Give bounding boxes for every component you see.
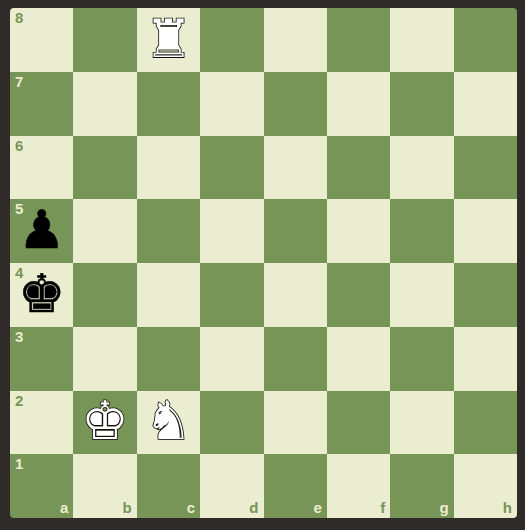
square-c6[interactable]	[137, 136, 200, 200]
square-b1[interactable]: b	[73, 454, 136, 518]
square-g8[interactable]	[390, 8, 453, 72]
square-c5[interactable]	[137, 199, 200, 263]
file-label-a: a	[60, 500, 68, 515]
file-label-h: h	[503, 500, 512, 515]
square-d2[interactable]	[200, 391, 263, 455]
square-b4[interactable]	[73, 263, 136, 327]
square-g3[interactable]	[390, 327, 453, 391]
square-g2[interactable]	[390, 391, 453, 455]
square-e6[interactable]	[264, 136, 327, 200]
square-f7[interactable]	[327, 72, 390, 136]
black-king[interactable]: ♚	[18, 267, 66, 323]
square-h4[interactable]	[454, 263, 517, 327]
black-pawn[interactable]: ♟	[18, 203, 66, 259]
square-e2[interactable]	[264, 391, 327, 455]
square-a6[interactable]: 6	[10, 136, 73, 200]
chess-app-frame: 8♜765♟4♚32♚♞1abcdefgh	[0, 0, 525, 530]
square-h7[interactable]	[454, 72, 517, 136]
rank-label-3: 3	[15, 329, 23, 344]
square-c4[interactable]	[137, 263, 200, 327]
rank-label-1: 1	[15, 456, 23, 471]
square-e1[interactable]: e	[264, 454, 327, 518]
rank-label-4: 4	[15, 265, 23, 280]
square-b8[interactable]	[73, 8, 136, 72]
rank-label-6: 6	[15, 138, 23, 153]
square-h1[interactable]: h	[454, 454, 517, 518]
square-a1[interactable]: 1a	[10, 454, 73, 518]
white-king[interactable]: ♚	[81, 394, 129, 450]
square-d4[interactable]	[200, 263, 263, 327]
square-g5[interactable]	[390, 199, 453, 263]
file-label-b: b	[123, 500, 132, 515]
square-f1[interactable]: f	[327, 454, 390, 518]
file-label-d: d	[249, 500, 258, 515]
square-d3[interactable]	[200, 327, 263, 391]
square-f6[interactable]	[327, 136, 390, 200]
file-label-e: e	[314, 500, 322, 515]
square-e7[interactable]	[264, 72, 327, 136]
square-a3[interactable]: 3	[10, 327, 73, 391]
square-d6[interactable]	[200, 136, 263, 200]
rank-label-7: 7	[15, 74, 23, 89]
square-d1[interactable]: d	[200, 454, 263, 518]
square-a4[interactable]: 4♚	[10, 263, 73, 327]
file-label-f: f	[380, 500, 385, 515]
square-h5[interactable]	[454, 199, 517, 263]
square-f3[interactable]	[327, 327, 390, 391]
square-b3[interactable]	[73, 327, 136, 391]
square-h3[interactable]	[454, 327, 517, 391]
square-c7[interactable]	[137, 72, 200, 136]
square-h8[interactable]	[454, 8, 517, 72]
square-e5[interactable]	[264, 199, 327, 263]
square-d8[interactable]	[200, 8, 263, 72]
square-d5[interactable]	[200, 199, 263, 263]
square-b5[interactable]	[73, 199, 136, 263]
square-b2[interactable]: ♚	[73, 391, 136, 455]
square-f8[interactable]	[327, 8, 390, 72]
file-label-g: g	[439, 500, 448, 515]
square-b6[interactable]	[73, 136, 136, 200]
rank-label-8: 8	[15, 10, 23, 25]
square-b7[interactable]	[73, 72, 136, 136]
rank-label-2: 2	[15, 393, 23, 408]
square-g6[interactable]	[390, 136, 453, 200]
square-h6[interactable]	[454, 136, 517, 200]
square-c2[interactable]: ♞	[137, 391, 200, 455]
square-a7[interactable]: 7	[10, 72, 73, 136]
square-a2[interactable]: 2	[10, 391, 73, 455]
white-knight[interactable]: ♞	[145, 394, 193, 450]
white-rook[interactable]: ♜	[145, 12, 193, 68]
square-h2[interactable]	[454, 391, 517, 455]
square-f5[interactable]	[327, 199, 390, 263]
square-e3[interactable]	[264, 327, 327, 391]
square-c1[interactable]: c	[137, 454, 200, 518]
square-f2[interactable]	[327, 391, 390, 455]
square-c3[interactable]	[137, 327, 200, 391]
square-g4[interactable]	[390, 263, 453, 327]
square-e4[interactable]	[264, 263, 327, 327]
square-a5[interactable]: 5♟	[10, 199, 73, 263]
square-g7[interactable]	[390, 72, 453, 136]
rank-label-5: 5	[15, 201, 23, 216]
square-d7[interactable]	[200, 72, 263, 136]
square-a8[interactable]: 8	[10, 8, 73, 72]
chess-board: 8♜765♟4♚32♚♞1abcdefgh	[10, 8, 517, 518]
file-label-c: c	[187, 500, 195, 515]
square-f4[interactable]	[327, 263, 390, 327]
square-e8[interactable]	[264, 8, 327, 72]
square-g1[interactable]: g	[390, 454, 453, 518]
square-c8[interactable]: ♜	[137, 8, 200, 72]
